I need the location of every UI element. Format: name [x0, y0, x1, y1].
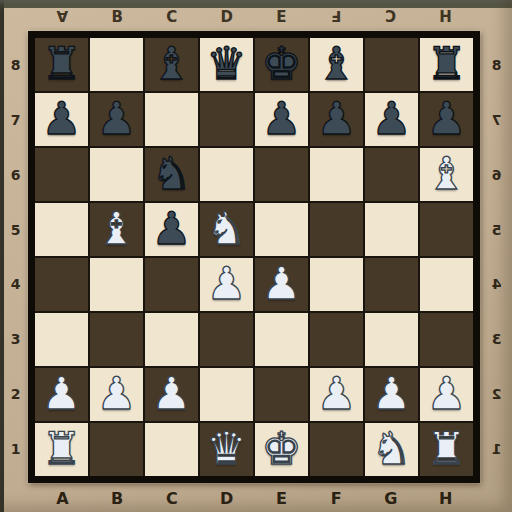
square-b6[interactable] [90, 148, 143, 201]
black-bishop[interactable]: ♝ [151, 41, 191, 86]
file-labels-top: ∀BCDEℲƆH [35, 5, 473, 28]
file-label-bottom: C [145, 486, 200, 510]
square-d2[interactable] [200, 368, 253, 421]
square-c6[interactable]: ♞ [145, 148, 198, 201]
white-knight[interactable]: ♞ [206, 206, 246, 251]
square-e4[interactable]: ♟ [255, 258, 308, 311]
file-label-top: B [90, 5, 145, 28]
black-pawn[interactable]: ♟ [151, 206, 191, 251]
square-a7[interactable]: ♟ [35, 93, 88, 146]
square-d4[interactable]: ♟ [200, 258, 253, 311]
black-knight[interactable]: ♞ [151, 151, 191, 196]
square-a2[interactable]: ♟ [35, 368, 88, 421]
black-pawn[interactable]: ♟ [96, 96, 136, 141]
file-label-top: H [418, 5, 473, 28]
square-h4[interactable] [420, 258, 473, 311]
square-c3[interactable] [145, 313, 198, 366]
white-queen[interactable]: ♛ [206, 426, 246, 471]
square-h1[interactable]: ♜ [420, 423, 473, 476]
rank-labels-left: 87654321 [6, 38, 25, 476]
white-pawn[interactable]: ♟ [261, 261, 301, 306]
square-e2[interactable] [255, 368, 308, 421]
square-b7[interactable]: ♟ [90, 93, 143, 146]
black-king[interactable]: ♚ [261, 41, 301, 86]
rank-label-left: 7 [6, 93, 25, 148]
square-h2[interactable]: ♟ [420, 368, 473, 421]
square-g6[interactable] [365, 148, 418, 201]
square-d5[interactable]: ♞ [200, 203, 253, 256]
square-d1[interactable]: ♛ [200, 423, 253, 476]
square-f2[interactable]: ♟ [310, 368, 363, 421]
file-label-bottom: E [254, 486, 309, 510]
file-label-top: Ɔ [364, 5, 419, 28]
square-c8[interactable]: ♝ [145, 38, 198, 91]
white-rook[interactable]: ♜ [41, 426, 81, 471]
square-f3[interactable] [310, 313, 363, 366]
rank-label-left: 2 [6, 367, 25, 422]
rank-label-right: 3 [487, 312, 506, 367]
square-h7[interactable]: ♟ [420, 93, 473, 146]
square-f4[interactable] [310, 258, 363, 311]
square-h5[interactable] [420, 203, 473, 256]
white-king[interactable]: ♚ [261, 426, 301, 471]
white-rook[interactable]: ♜ [426, 426, 466, 471]
white-pawn[interactable]: ♟ [206, 261, 246, 306]
file-label-top: ∀ [35, 5, 90, 28]
square-h8[interactable]: ♜ [420, 38, 473, 91]
square-e8[interactable]: ♚ [255, 38, 308, 91]
rank-label-left: 5 [6, 202, 25, 257]
white-bishop[interactable]: ♝ [96, 206, 136, 251]
file-label-bottom: A [35, 486, 90, 510]
file-label-bottom: F [309, 486, 364, 510]
frame-left-edge [0, 0, 4, 512]
square-b2[interactable]: ♟ [90, 368, 143, 421]
square-b8[interactable] [90, 38, 143, 91]
square-f8[interactable]: ♝ [310, 38, 363, 91]
chess-board-app: ∀BCDEℲƆH ABCDEFGH 87654321 87654321 ♜♝♛♚… [0, 0, 512, 512]
file-label-top: Ⅎ [309, 5, 364, 28]
white-pawn[interactable]: ♟ [426, 371, 466, 416]
square-g8[interactable] [365, 38, 418, 91]
square-g4[interactable] [365, 258, 418, 311]
square-e6[interactable] [255, 148, 308, 201]
white-pawn[interactable]: ♟ [151, 371, 191, 416]
black-pawn[interactable]: ♟ [426, 96, 466, 141]
square-c7[interactable] [145, 93, 198, 146]
square-a5[interactable] [35, 203, 88, 256]
square-e5[interactable] [255, 203, 308, 256]
rank-label-left: 6 [6, 148, 25, 203]
file-label-top: E [254, 5, 309, 28]
square-d8[interactable]: ♛ [200, 38, 253, 91]
square-h6[interactable]: ♝ [420, 148, 473, 201]
black-queen[interactable]: ♛ [206, 41, 246, 86]
square-d3[interactable] [200, 313, 253, 366]
white-pawn[interactable]: ♟ [96, 371, 136, 416]
square-g3[interactable] [365, 313, 418, 366]
square-h3[interactable] [420, 313, 473, 366]
square-f6[interactable] [310, 148, 363, 201]
square-c2[interactable]: ♟ [145, 368, 198, 421]
rank-label-left: 1 [6, 421, 25, 476]
square-d7[interactable] [200, 93, 253, 146]
square-e7[interactable]: ♟ [255, 93, 308, 146]
square-a8[interactable]: ♜ [35, 38, 88, 91]
file-label-top: D [199, 5, 254, 28]
rank-label-right: 5 [487, 202, 506, 257]
black-bishop[interactable]: ♝ [316, 41, 356, 86]
white-bishop[interactable]: ♝ [426, 151, 466, 196]
square-a4[interactable] [35, 258, 88, 311]
square-g5[interactable] [365, 203, 418, 256]
file-label-bottom: B [90, 486, 145, 510]
square-b1[interactable] [90, 423, 143, 476]
black-pawn[interactable]: ♟ [261, 96, 301, 141]
square-e1[interactable]: ♚ [255, 423, 308, 476]
rank-label-right: 1 [487, 421, 506, 476]
rank-label-right: 7 [487, 93, 506, 148]
square-f5[interactable] [310, 203, 363, 256]
square-b4[interactable] [90, 258, 143, 311]
white-knight[interactable]: ♞ [371, 426, 411, 471]
square-g1[interactable]: ♞ [365, 423, 418, 476]
square-b3[interactable] [90, 313, 143, 366]
square-c4[interactable] [145, 258, 198, 311]
white-pawn[interactable]: ♟ [371, 371, 411, 416]
rank-label-left: 3 [6, 312, 25, 367]
black-rook[interactable]: ♜ [41, 41, 81, 86]
rank-label-right: 4 [487, 257, 506, 312]
square-e3[interactable] [255, 313, 308, 366]
file-label-top: C [145, 5, 200, 28]
black-pawn[interactable]: ♟ [41, 96, 81, 141]
square-g2[interactable]: ♟ [365, 368, 418, 421]
file-label-bottom: D [199, 486, 254, 510]
white-pawn[interactable]: ♟ [316, 371, 356, 416]
square-f1[interactable] [310, 423, 363, 476]
square-c1[interactable] [145, 423, 198, 476]
rank-label-right: 8 [487, 38, 506, 93]
file-label-bottom: H [418, 486, 473, 510]
file-labels-bottom: ABCDEFGH [35, 486, 473, 510]
square-d6[interactable] [200, 148, 253, 201]
black-pawn[interactable]: ♟ [371, 96, 411, 141]
black-rook[interactable]: ♜ [426, 41, 466, 86]
chess-board: ♜♝♛♚♝♜♟♟♟♟♟♟♞♝♝♟♞♟♟♟♟♟♟♟♟♜♛♚♞♜ [28, 31, 480, 483]
square-c5[interactable]: ♟ [145, 203, 198, 256]
square-a6[interactable] [35, 148, 88, 201]
square-g7[interactable]: ♟ [365, 93, 418, 146]
rank-labels-right: 87654321 [487, 38, 506, 476]
square-a3[interactable] [35, 313, 88, 366]
square-a1[interactable]: ♜ [35, 423, 88, 476]
file-label-bottom: G [364, 486, 419, 510]
rank-label-right: 6 [487, 148, 506, 203]
white-pawn[interactable]: ♟ [41, 371, 81, 416]
square-b5[interactable]: ♝ [90, 203, 143, 256]
square-f7[interactable]: ♟ [310, 93, 363, 146]
black-pawn[interactable]: ♟ [316, 96, 356, 141]
rank-label-right: 2 [487, 367, 506, 422]
rank-label-left: 4 [6, 257, 25, 312]
rank-label-left: 8 [6, 38, 25, 93]
